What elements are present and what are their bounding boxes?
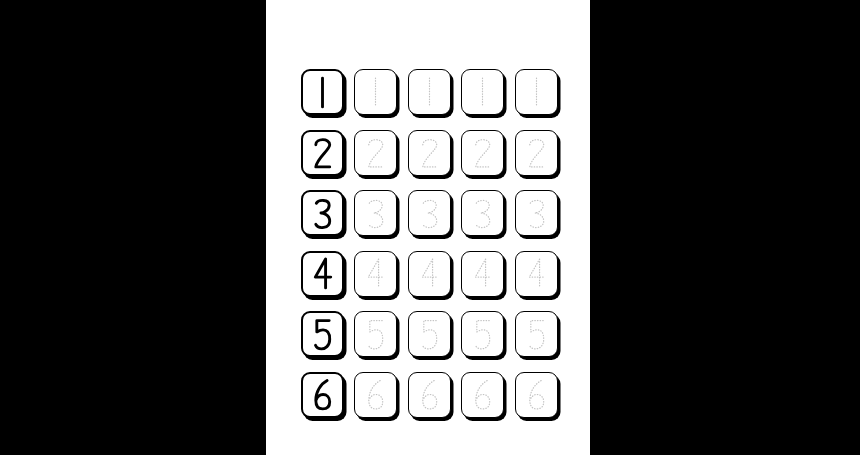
dotted-digit-5-glyph: [362, 317, 389, 352]
solid-digit-2-glyph: [309, 135, 336, 170]
card-r6c2-dotted-6: [354, 372, 397, 418]
card-r5c5-dotted-5: [515, 311, 558, 357]
card-r5c1-solid-5: [301, 311, 344, 357]
dotted-digit-6-glyph: [523, 377, 550, 412]
card-r3c3-dotted-3: [408, 190, 451, 236]
card-r1c4-dotted-1: [461, 69, 504, 115]
card-r1c5-dotted-1: [515, 69, 558, 115]
dotted-digit-4-glyph: [362, 256, 389, 291]
card-r6c4-dotted-6: [461, 372, 504, 418]
solid-digit-5-glyph: [309, 317, 336, 352]
card-r4c2-dotted-4: [354, 251, 397, 297]
dotted-digit-3-glyph: [362, 196, 389, 231]
dotted-digit-2-glyph: [362, 135, 389, 170]
card-r1c1-solid-1: [301, 69, 344, 115]
card-r6c3-dotted-6: [408, 372, 451, 418]
dotted-digit-2-glyph: [523, 135, 550, 170]
card-r2c1-solid-2: [301, 130, 344, 176]
solid-digit-3-glyph: [309, 196, 336, 231]
dotted-digit-3-glyph: [416, 196, 443, 231]
card-r2c5-dotted-2: [515, 130, 558, 176]
card-r6c5-dotted-6: [515, 372, 558, 418]
dotted-digit-1-glyph: [362, 75, 389, 110]
dotted-digit-1-glyph: [523, 75, 550, 110]
card-r2c4-dotted-2: [461, 130, 504, 176]
card-r1c3-dotted-1: [408, 69, 451, 115]
dotted-digit-6-glyph: [362, 377, 389, 412]
card-r4c4-dotted-4: [461, 251, 504, 297]
dotted-digit-3-glyph: [469, 196, 496, 231]
card-r6c1-solid-6: [301, 372, 344, 418]
dotted-digit-2-glyph: [416, 135, 443, 170]
card-r3c2-dotted-3: [354, 190, 397, 236]
card-r4c3-dotted-4: [408, 251, 451, 297]
card-r1c2-dotted-1: [354, 69, 397, 115]
card-r5c2-dotted-5: [354, 311, 397, 357]
dotted-digit-4-glyph: [469, 256, 496, 291]
card-r5c4-dotted-5: [461, 311, 504, 357]
solid-digit-1-glyph: [309, 75, 336, 110]
dotted-digit-4-glyph: [416, 256, 443, 291]
dotted-digit-3-glyph: [523, 196, 550, 231]
card-r3c4-dotted-3: [461, 190, 504, 236]
solid-digit-4-glyph: [309, 256, 336, 291]
dotted-digit-5-glyph: [523, 317, 550, 352]
card-r3c1-solid-3: [301, 190, 344, 236]
card-r4c5-dotted-4: [515, 251, 558, 297]
card-r2c3-dotted-2: [408, 130, 451, 176]
dotted-digit-2-glyph: [469, 135, 496, 170]
dotted-digit-5-glyph: [469, 317, 496, 352]
solid-digit-6-glyph: [309, 377, 336, 412]
dotted-digit-6-glyph: [416, 377, 443, 412]
worksheet-page: [266, 0, 590, 455]
card-r2c2-dotted-2: [354, 130, 397, 176]
card-r5c3-dotted-5: [408, 311, 451, 357]
dotted-digit-5-glyph: [416, 317, 443, 352]
dotted-digit-1-glyph: [469, 75, 496, 110]
number-tracing-grid: [301, 69, 558, 418]
dotted-digit-1-glyph: [416, 75, 443, 110]
dotted-digit-4-glyph: [523, 256, 550, 291]
card-r3c5-dotted-3: [515, 190, 558, 236]
card-r4c1-solid-4: [301, 251, 344, 297]
dotted-digit-6-glyph: [469, 377, 496, 412]
